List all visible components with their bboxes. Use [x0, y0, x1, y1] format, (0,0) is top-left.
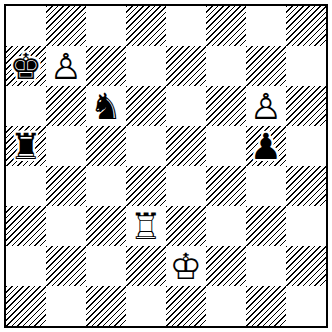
square-f6[interactable]	[206, 86, 246, 126]
square-a4[interactable]	[6, 166, 46, 206]
square-b2[interactable]	[46, 246, 86, 286]
square-d1[interactable]	[126, 286, 166, 326]
chess-board-frame: ♚♚♟♙♞♞♟♙♜♜♟♟♜♖♚♔	[4, 4, 328, 328]
square-g6[interactable]: ♟♙	[246, 86, 286, 126]
white-rook[interactable]: ♜♖	[126, 206, 166, 246]
white-pawn-glyph: ♙	[246, 86, 286, 126]
square-f1[interactable]	[206, 286, 246, 326]
square-f2[interactable]	[206, 246, 246, 286]
square-e8[interactable]	[166, 6, 206, 46]
square-c3[interactable]	[86, 206, 126, 246]
square-a7[interactable]: ♚♚	[6, 46, 46, 86]
square-b4[interactable]	[46, 166, 86, 206]
square-d4[interactable]	[126, 166, 166, 206]
square-h5[interactable]	[286, 126, 326, 166]
square-e2[interactable]: ♚♔	[166, 246, 206, 286]
square-f8[interactable]	[206, 6, 246, 46]
square-d6[interactable]	[126, 86, 166, 126]
square-e3[interactable]	[166, 206, 206, 246]
square-e6[interactable]	[166, 86, 206, 126]
square-b7[interactable]: ♟♙	[46, 46, 86, 86]
square-f5[interactable]	[206, 126, 246, 166]
square-h4[interactable]	[286, 166, 326, 206]
square-c2[interactable]	[86, 246, 126, 286]
white-pawn[interactable]: ♟♙	[246, 86, 286, 126]
square-f4[interactable]	[206, 166, 246, 206]
square-c7[interactable]	[86, 46, 126, 86]
black-knight[interactable]: ♞♞	[86, 86, 126, 126]
square-h6[interactable]	[286, 86, 326, 126]
square-c6[interactable]: ♞♞	[86, 86, 126, 126]
square-b8[interactable]	[46, 6, 86, 46]
black-king-glyph: ♚	[6, 46, 46, 86]
square-g2[interactable]	[246, 246, 286, 286]
square-h3[interactable]	[286, 206, 326, 246]
square-g4[interactable]	[246, 166, 286, 206]
square-a5[interactable]: ♜♜	[6, 126, 46, 166]
square-b6[interactable]	[46, 86, 86, 126]
square-g5[interactable]: ♟♟	[246, 126, 286, 166]
square-b3[interactable]	[46, 206, 86, 246]
square-d5[interactable]	[126, 126, 166, 166]
white-pawn-glyph: ♙	[46, 46, 86, 86]
square-d3[interactable]: ♜♖	[126, 206, 166, 246]
white-king[interactable]: ♚♔	[166, 246, 206, 286]
square-h7[interactable]	[286, 46, 326, 86]
black-king[interactable]: ♚♚	[6, 46, 46, 86]
square-c1[interactable]	[86, 286, 126, 326]
square-h1[interactable]	[286, 286, 326, 326]
square-e4[interactable]	[166, 166, 206, 206]
black-pawn-glyph: ♟	[246, 126, 286, 166]
square-h2[interactable]	[286, 246, 326, 286]
square-g7[interactable]	[246, 46, 286, 86]
square-a2[interactable]	[6, 246, 46, 286]
square-g1[interactable]	[246, 286, 286, 326]
square-b1[interactable]	[46, 286, 86, 326]
black-knight-glyph: ♞	[86, 86, 126, 126]
black-rook[interactable]: ♜♜	[6, 126, 46, 166]
square-e5[interactable]	[166, 126, 206, 166]
square-d2[interactable]	[126, 246, 166, 286]
square-e7[interactable]	[166, 46, 206, 86]
square-g8[interactable]	[246, 6, 286, 46]
black-pawn[interactable]: ♟♟	[246, 126, 286, 166]
black-rook-glyph: ♜	[6, 126, 46, 166]
white-rook-glyph: ♖	[126, 206, 166, 246]
square-g3[interactable]	[246, 206, 286, 246]
square-c5[interactable]	[86, 126, 126, 166]
square-b5[interactable]	[46, 126, 86, 166]
square-f7[interactable]	[206, 46, 246, 86]
square-a3[interactable]	[6, 206, 46, 246]
square-c4[interactable]	[86, 166, 126, 206]
white-king-glyph: ♔	[166, 246, 206, 286]
square-a6[interactable]	[6, 86, 46, 126]
white-pawn[interactable]: ♟♙	[46, 46, 86, 86]
square-d7[interactable]	[126, 46, 166, 86]
square-f3[interactable]	[206, 206, 246, 246]
square-a1[interactable]	[6, 286, 46, 326]
square-d8[interactable]	[126, 6, 166, 46]
square-e1[interactable]	[166, 286, 206, 326]
square-c8[interactable]	[86, 6, 126, 46]
square-h8[interactable]	[286, 6, 326, 46]
chess-board: ♚♚♟♙♞♞♟♙♜♜♟♟♜♖♚♔	[6, 6, 326, 326]
square-a8[interactable]	[6, 6, 46, 46]
